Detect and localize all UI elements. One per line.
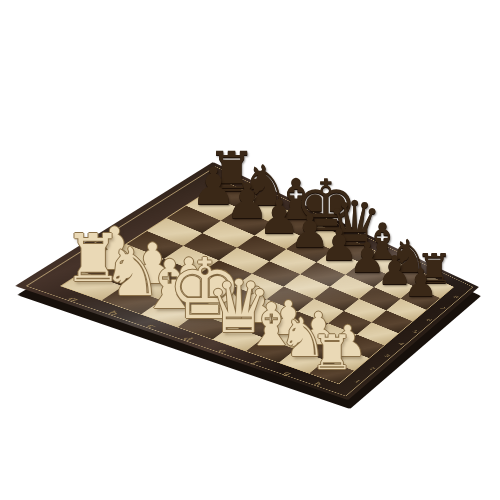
file-label-g: g [282, 370, 293, 376]
file-label-d: d [182, 335, 195, 342]
rank-label-4: 4 [398, 341, 406, 346]
rank-label-5: 5 [412, 329, 420, 334]
file-label-h: h [313, 380, 324, 386]
chessboard: abcdefgh12345678 [15, 162, 479, 400]
file-label-c: c [146, 322, 158, 329]
rank-label-6: 6 [426, 317, 434, 322]
rank-label-7: 7 [439, 306, 446, 311]
rank-label-2: 2 [368, 366, 376, 371]
chess-set-photo: abcdefgh12345678 ♜♞♝♚♛♝♞♜♟♟♟♟♟♟♟♟♟♟♟♟♟♟♟… [0, 0, 500, 500]
rank-label-8: 8 [452, 294, 459, 299]
rank-label-1: 1 [353, 378, 361, 383]
rank-label-3: 3 [383, 353, 391, 358]
file-label-e: e [217, 347, 228, 353]
file-label-f: f [252, 359, 261, 365]
file-label-b: b [107, 309, 121, 316]
file-label-a: a [67, 295, 82, 302]
playing-area [62, 181, 454, 383]
